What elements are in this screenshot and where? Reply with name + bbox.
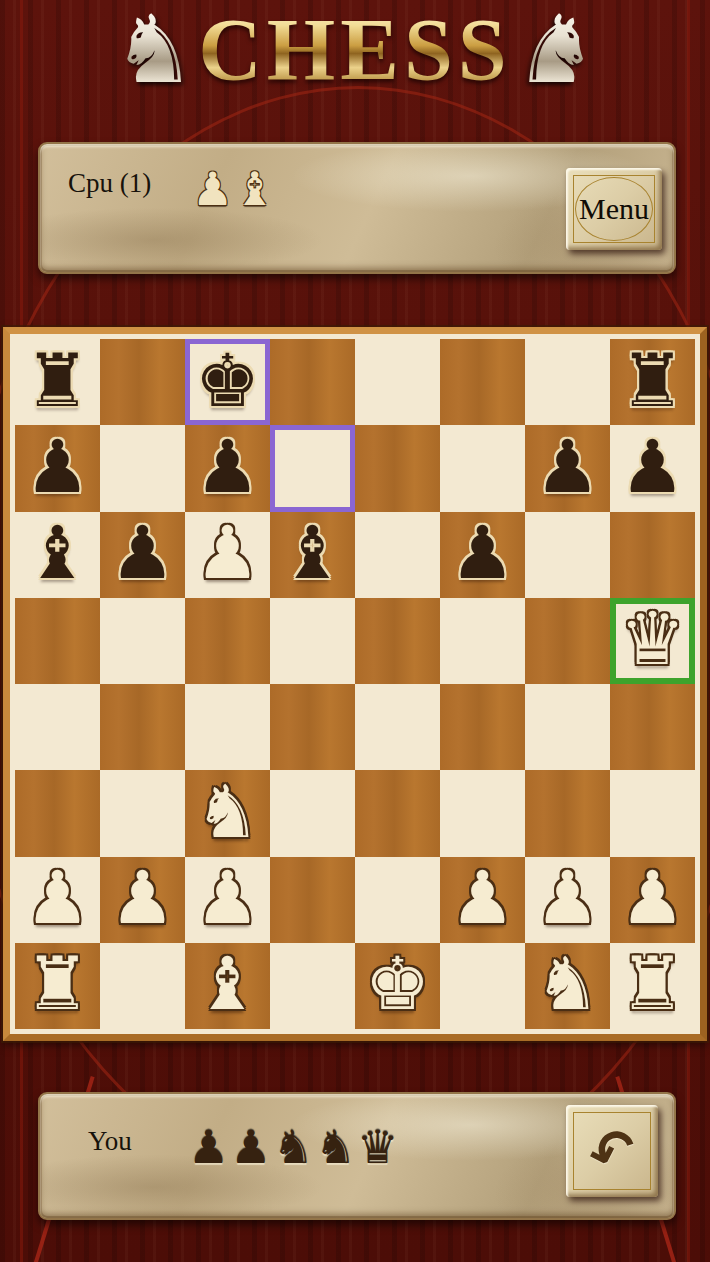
captured-black-pawn-icon: ♟ (188, 1124, 229, 1170)
captured-black-knight-icon: ♞ (273, 1124, 314, 1170)
cpu-player-label: Cpu (1) (68, 168, 151, 199)
square-h4[interactable] (610, 684, 695, 770)
square-a8[interactable]: ♜ (15, 339, 100, 425)
black-king-c8[interactable]: ♚ (195, 344, 260, 417)
square-b5[interactable] (100, 598, 185, 684)
square-h5[interactable]: ♛ (610, 598, 695, 684)
white-pawn-a2[interactable]: ♟ (25, 861, 90, 934)
captured-white-bishop-icon: ♝ (234, 166, 275, 212)
square-c5[interactable] (185, 598, 270, 684)
square-f5[interactable] (440, 598, 525, 684)
square-e8[interactable] (355, 339, 440, 425)
square-a1[interactable]: ♜ (15, 943, 100, 1029)
square-e6[interactable] (355, 512, 440, 598)
black-pawn-b6[interactable]: ♟ (110, 516, 175, 589)
square-d5[interactable] (270, 598, 355, 684)
square-d6[interactable]: ♝ (270, 512, 355, 598)
square-c2[interactable]: ♟ (185, 857, 270, 943)
square-d2[interactable] (270, 857, 355, 943)
square-a3[interactable] (15, 770, 100, 856)
square-e3[interactable] (355, 770, 440, 856)
white-pawn-f2[interactable]: ♟ (450, 861, 515, 934)
square-f2[interactable]: ♟ (440, 857, 525, 943)
square-b4[interactable] (100, 684, 185, 770)
square-h1[interactable]: ♜ (610, 943, 695, 1029)
black-bishop-d6[interactable]: ♝ (280, 516, 345, 589)
square-g8[interactable] (525, 339, 610, 425)
knight-logo-left-icon: ♞ (112, 3, 196, 97)
square-f1[interactable] (440, 943, 525, 1029)
white-knight-g1[interactable]: ♞ (535, 947, 600, 1020)
square-e1[interactable]: ♚ (355, 943, 440, 1029)
white-rook-h1[interactable]: ♜ (620, 947, 685, 1020)
square-g2[interactable]: ♟ (525, 857, 610, 943)
white-pawn-b2[interactable]: ♟ (110, 861, 175, 934)
square-c3[interactable]: ♞ (185, 770, 270, 856)
square-c6[interactable]: ♟ (185, 512, 270, 598)
square-g5[interactable] (525, 598, 610, 684)
square-d1[interactable] (270, 943, 355, 1029)
square-a4[interactable] (15, 684, 100, 770)
black-pawn-g7[interactable]: ♟ (535, 430, 600, 503)
white-pawn-c2[interactable]: ♟ (195, 861, 260, 934)
square-e4[interactable] (355, 684, 440, 770)
square-a2[interactable]: ♟ (15, 857, 100, 943)
board-frame: ♜♚♜♟♟♟♟♝♟♟♝♟♛♞♟♟♟♟♟♟♜♝♚♞♜ (3, 327, 707, 1041)
square-c4[interactable] (185, 684, 270, 770)
square-d8[interactable] (270, 339, 355, 425)
black-pawn-a7[interactable]: ♟ (25, 430, 90, 503)
white-pawn-h2[interactable]: ♟ (620, 861, 685, 934)
square-b7[interactable] (100, 425, 185, 511)
square-d4[interactable] (270, 684, 355, 770)
black-bishop-a6[interactable]: ♝ (25, 516, 90, 589)
square-h8[interactable]: ♜ (610, 339, 695, 425)
white-pawn-g2[interactable]: ♟ (535, 861, 600, 934)
square-h2[interactable]: ♟ (610, 857, 695, 943)
captured-black-knight-icon: ♞ (315, 1124, 356, 1170)
square-d7[interactable] (270, 425, 355, 511)
menu-button[interactable]: Menu (566, 168, 662, 250)
square-d3[interactable] (270, 770, 355, 856)
black-rook-a8[interactable]: ♜ (25, 344, 90, 417)
white-bishop-c1[interactable]: ♝ (195, 947, 260, 1020)
knight-logo-right-icon: ♞ (514, 3, 598, 97)
captured-white-pawn-icon: ♟ (192, 166, 233, 212)
square-e5[interactable] (355, 598, 440, 684)
square-c7[interactable]: ♟ (185, 425, 270, 511)
menu-button-label: Menu (579, 192, 649, 226)
white-king-e1[interactable]: ♚ (365, 947, 430, 1020)
square-h3[interactable] (610, 770, 695, 856)
chess-app-screen: ♞ CHESS ♞ Cpu (1) ♟♝ Menu ♜♚♜♟♟♟♟♝♟♟♝♟♛♞… (0, 0, 710, 1262)
you-player-label: You (88, 1126, 132, 1157)
square-a5[interactable] (15, 598, 100, 684)
square-b2[interactable]: ♟ (100, 857, 185, 943)
you-player-bar: You ♟♟♞♞♛ ↶ (38, 1092, 676, 1220)
square-f7[interactable] (440, 425, 525, 511)
app-title: CHESS (198, 6, 512, 94)
black-rook-h8[interactable]: ♜ (620, 344, 685, 417)
square-g3[interactable] (525, 770, 610, 856)
board: ♜♚♜♟♟♟♟♝♟♟♝♟♛♞♟♟♟♟♟♟♜♝♚♞♜ (15, 339, 695, 1029)
square-b6[interactable]: ♟ (100, 512, 185, 598)
square-f8[interactable] (440, 339, 525, 425)
title-bar: ♞ CHESS ♞ (0, 0, 710, 100)
square-f4[interactable] (440, 684, 525, 770)
square-b3[interactable] (100, 770, 185, 856)
captured-black-queen-icon: ♛ (357, 1124, 398, 1170)
square-b8[interactable] (100, 339, 185, 425)
square-c1[interactable]: ♝ (185, 943, 270, 1029)
black-pawn-c7[interactable]: ♟ (195, 430, 260, 503)
square-h7[interactable]: ♟ (610, 425, 695, 511)
square-h6[interactable] (610, 512, 695, 598)
cpu-player-bar: Cpu (1) ♟♝ Menu (38, 142, 676, 274)
square-e7[interactable] (355, 425, 440, 511)
white-pawn-c6[interactable]: ♟ (195, 516, 260, 589)
white-queen-h5[interactable]: ♛ (620, 602, 685, 675)
square-g7[interactable]: ♟ (525, 425, 610, 511)
white-rook-a1[interactable]: ♜ (25, 947, 90, 1020)
undo-button[interactable]: ↶ (566, 1105, 658, 1197)
square-a7[interactable]: ♟ (15, 425, 100, 511)
square-g6[interactable] (525, 512, 610, 598)
square-f6[interactable]: ♟ (440, 512, 525, 598)
square-g4[interactable] (525, 684, 610, 770)
you-captured-tray: ♟♟♞♞♛ (188, 1114, 399, 1170)
captured-black-pawn-icon: ♟ (230, 1124, 271, 1170)
cpu-captured-tray: ♟♝ (192, 160, 277, 212)
square-a6[interactable]: ♝ (15, 512, 100, 598)
black-pawn-h7[interactable]: ♟ (620, 430, 685, 503)
square-f3[interactable] (440, 770, 525, 856)
black-pawn-f6[interactable]: ♟ (450, 516, 515, 589)
square-e2[interactable] (355, 857, 440, 943)
square-b1[interactable] (100, 943, 185, 1029)
white-knight-c3[interactable]: ♞ (195, 775, 260, 848)
square-c8[interactable]: ♚ (185, 339, 270, 425)
square-g1[interactable]: ♞ (525, 943, 610, 1029)
